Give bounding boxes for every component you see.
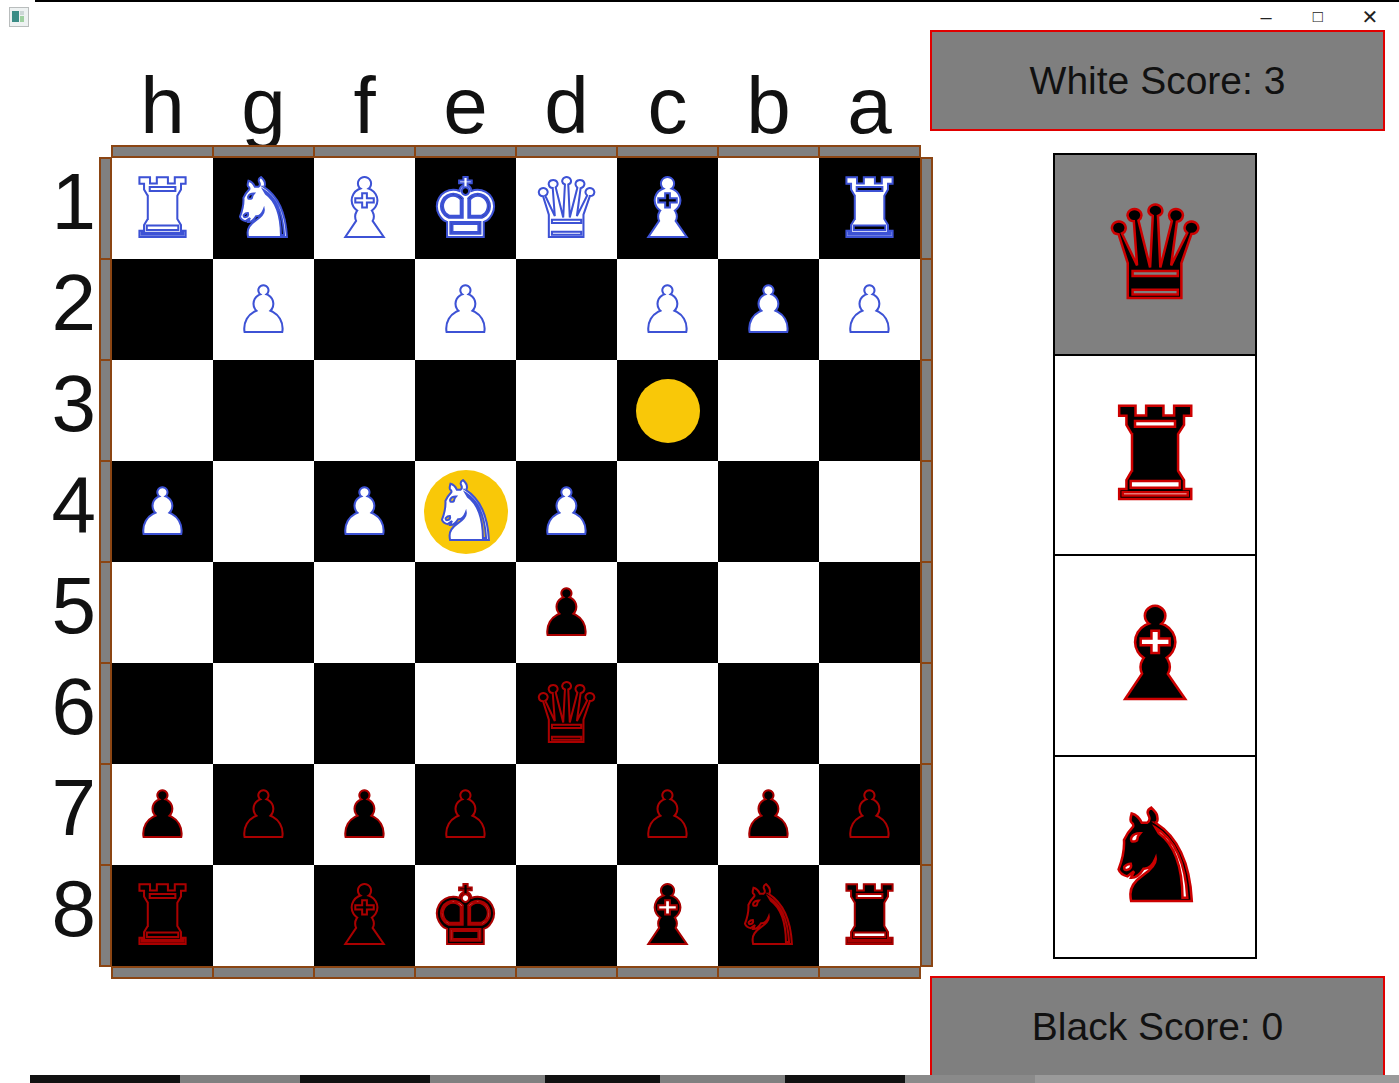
square-h6[interactable]: [112, 663, 213, 764]
square-g6[interactable]: [213, 663, 314, 764]
rank-label-4: 4: [30, 461, 96, 562]
square-d6[interactable]: ♛: [516, 663, 617, 764]
close-button[interactable]: ✕: [1347, 2, 1393, 32]
square-f1[interactable]: ♝: [314, 158, 415, 259]
tray-cell-black-queen[interactable]: ♛: [1055, 155, 1255, 356]
square-h7[interactable]: ♟: [112, 764, 213, 865]
black-pawn-e7: ♟: [437, 783, 494, 847]
piece-tray: ♛♜♝♞: [1053, 153, 1257, 959]
white-king-e1: ♚: [429, 168, 503, 250]
board-frame-left: [99, 157, 112, 967]
square-g5[interactable]: [213, 562, 314, 663]
rank-label-2: 2: [30, 259, 96, 360]
file-label-a: a: [819, 62, 920, 146]
square-b5[interactable]: [718, 562, 819, 663]
square-b2[interactable]: ♟: [718, 259, 819, 360]
white-score-panel: White Score: 3: [930, 30, 1385, 131]
black-pawn-b7: ♟: [740, 783, 797, 847]
square-a6[interactable]: [819, 663, 920, 764]
tray-cell-black-knight[interactable]: ♞: [1055, 757, 1255, 958]
square-f7[interactable]: ♟: [314, 764, 415, 865]
rank-label-8: 8: [30, 865, 96, 966]
square-e3[interactable]: [415, 360, 516, 461]
square-b3[interactable]: [718, 360, 819, 461]
square-b7[interactable]: ♟: [718, 764, 819, 865]
app-window-icon: [9, 7, 29, 27]
square-c3[interactable]: [617, 360, 718, 461]
white-knight-e4: ♞: [429, 471, 503, 553]
black-rook-icon: ♜: [1098, 391, 1213, 519]
black-pawn-h7: ♟: [134, 783, 191, 847]
square-e6[interactable]: [415, 663, 516, 764]
board-frame-right: [920, 157, 933, 967]
square-b6[interactable]: [718, 663, 819, 764]
square-c8[interactable]: ♝: [617, 865, 718, 966]
square-e4[interactable]: ♞: [415, 461, 516, 562]
square-c4[interactable]: [617, 461, 718, 562]
white-bishop-f1: ♝: [328, 168, 402, 250]
file-label-h: h: [112, 62, 213, 146]
black-king-e8: ♚: [429, 875, 503, 957]
square-b1[interactable]: [718, 158, 819, 259]
square-h4[interactable]: ♟: [112, 461, 213, 562]
square-c2[interactable]: ♟: [617, 259, 718, 360]
file-label-e: e: [415, 62, 516, 146]
app-icon-pane: [12, 11, 19, 22]
white-pawn-a2: ♟: [841, 278, 898, 342]
app-icon-pane: [20, 11, 24, 15]
square-e5[interactable]: [415, 562, 516, 663]
black-pawn-a7: ♟: [841, 783, 898, 847]
square-f3[interactable]: [314, 360, 415, 461]
black-bishop-f8: ♝: [328, 875, 402, 957]
black-rook-h8: ♜: [126, 875, 200, 957]
square-d5[interactable]: ♟: [516, 562, 617, 663]
board-frame-bottom: [111, 966, 921, 979]
file-label-b: b: [718, 62, 819, 146]
board-frame-top: [111, 145, 921, 158]
black-queen-d6: ♛: [530, 673, 604, 755]
square-c5[interactable]: [617, 562, 718, 663]
legal-move-indicator[interactable]: [636, 379, 700, 443]
black-pawn-g7: ♟: [235, 783, 292, 847]
square-h2[interactable]: [112, 259, 213, 360]
maximize-button[interactable]: □: [1295, 2, 1341, 32]
black-pawn-f7: ♟: [336, 783, 393, 847]
white-rook-a1: ♜: [833, 168, 907, 250]
rank-label-3: 3: [30, 360, 96, 461]
square-a3[interactable]: [819, 360, 920, 461]
square-f6[interactable]: [314, 663, 415, 764]
square-h5[interactable]: [112, 562, 213, 663]
square-g7[interactable]: ♟: [213, 764, 314, 865]
rank-label-6: 6: [30, 663, 96, 764]
square-f4[interactable]: ♟: [314, 461, 415, 562]
window-top-border: [35, 0, 1399, 2]
window-controls: – □ ✕: [1243, 2, 1393, 32]
square-c7[interactable]: ♟: [617, 764, 718, 865]
square-e1[interactable]: ♚: [415, 158, 516, 259]
square-a7[interactable]: ♟: [819, 764, 920, 865]
square-a2[interactable]: ♟: [819, 259, 920, 360]
square-h3[interactable]: [112, 360, 213, 461]
black-bishop-c8: ♝: [631, 875, 705, 957]
rank-label-1: 1: [30, 158, 96, 259]
rank-labels: 12345678: [30, 158, 96, 966]
square-f2[interactable]: [314, 259, 415, 360]
black-knight-b8: ♞: [732, 875, 806, 957]
square-b4[interactable]: [718, 461, 819, 562]
square-f8[interactable]: ♝: [314, 865, 415, 966]
square-d8[interactable]: [516, 865, 617, 966]
white-pawn-b2: ♟: [740, 278, 797, 342]
black-rook-a8: ♜: [833, 875, 907, 957]
white-queen-d1: ♛: [530, 168, 604, 250]
square-g4[interactable]: [213, 461, 314, 562]
chess-board: ♜♞♝♚♛♝♜♟♟♟♟♟♟♟♞♟♟♛♟♟♟♟♟♟♟♜♝♚♝♞♜: [112, 158, 920, 966]
square-a5[interactable]: [819, 562, 920, 663]
square-d2[interactable]: [516, 259, 617, 360]
rank-label-5: 5: [30, 562, 96, 663]
app-icon-pane: [20, 16, 24, 22]
square-d4[interactable]: ♟: [516, 461, 617, 562]
white-knight-g1: ♞: [227, 168, 301, 250]
file-label-f: f: [314, 62, 415, 146]
black-score-label: Black Score: 0: [1032, 1005, 1283, 1049]
white-pawn-d4: ♟: [538, 480, 595, 544]
black-pawn-c7: ♟: [639, 783, 696, 847]
white-pawn-e2: ♟: [437, 278, 494, 342]
black-queen-icon: ♛: [1098, 190, 1213, 318]
square-c6[interactable]: [617, 663, 718, 764]
white-rook-h1: ♜: [126, 168, 200, 250]
square-g1[interactable]: ♞: [213, 158, 314, 259]
file-label-c: c: [617, 62, 718, 146]
square-g2[interactable]: ♟: [213, 259, 314, 360]
square-a4[interactable]: [819, 461, 920, 562]
white-pawn-g2: ♟: [235, 278, 292, 342]
square-g3[interactable]: [213, 360, 314, 461]
square-f5[interactable]: [314, 562, 415, 663]
black-bishop-icon: ♝: [1098, 591, 1213, 719]
square-c1[interactable]: ♝: [617, 158, 718, 259]
file-labels: hgfedcba: [112, 62, 920, 146]
square-e8[interactable]: ♚: [415, 865, 516, 966]
square-e2[interactable]: ♟: [415, 259, 516, 360]
square-e7[interactable]: ♟: [415, 764, 516, 865]
square-d7[interactable]: [516, 764, 617, 865]
square-g8[interactable]: [213, 865, 314, 966]
square-a8[interactable]: ♜: [819, 865, 920, 966]
square-a1[interactable]: ♜: [819, 158, 920, 259]
square-d1[interactable]: ♛: [516, 158, 617, 259]
white-pawn-c2: ♟: [639, 278, 696, 342]
square-h8[interactable]: ♜: [112, 865, 213, 966]
square-b8[interactable]: ♞: [718, 865, 819, 966]
white-pawn-h4: ♟: [134, 480, 191, 544]
file-label-d: d: [516, 62, 617, 146]
black-pawn-d5: ♟: [538, 581, 595, 645]
square-d3[interactable]: [516, 360, 617, 461]
rank-label-7: 7: [30, 764, 96, 865]
white-bishop-c1: ♝: [631, 168, 705, 250]
file-label-g: g: [213, 62, 314, 146]
tray-cell-black-bishop[interactable]: ♝: [1055, 556, 1255, 757]
black-score-panel: Black Score: 0: [930, 976, 1385, 1078]
minimize-button[interactable]: –: [1243, 2, 1289, 32]
square-h1[interactable]: ♜: [112, 158, 213, 259]
white-pawn-f4: ♟: [336, 480, 393, 544]
black-knight-icon: ♞: [1098, 793, 1213, 921]
tray-cell-black-rook[interactable]: ♜: [1055, 356, 1255, 557]
taskbar-strip: [0, 1075, 1399, 1083]
white-score-label: White Score: 3: [1030, 59, 1286, 103]
